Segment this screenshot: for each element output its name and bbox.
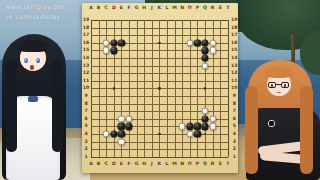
left-character-mouth bbox=[30, 65, 34, 70]
row-label: 17 bbox=[231, 33, 237, 38]
row-label: 19 bbox=[231, 18, 237, 23]
column-label: B bbox=[97, 6, 101, 11]
column-label: G bbox=[135, 6, 139, 11]
black-stone-D15 bbox=[110, 47, 117, 54]
star-point bbox=[158, 87, 160, 89]
row-label: 2 bbox=[84, 147, 87, 152]
column-label: A bbox=[89, 162, 93, 167]
row-label: 7 bbox=[84, 109, 87, 114]
row-label: 18 bbox=[231, 25, 237, 30]
row-label: 5 bbox=[84, 124, 87, 129]
row-label: 11 bbox=[83, 79, 89, 84]
column-label: C bbox=[105, 162, 108, 167]
black-stone-P16 bbox=[194, 39, 201, 46]
column-label: B bbox=[97, 162, 101, 167]
column-label: R bbox=[211, 6, 215, 11]
row-label: 16 bbox=[83, 41, 89, 46]
column-label: J bbox=[151, 162, 153, 167]
white-stone-R6 bbox=[209, 115, 216, 122]
black-stone-Q14 bbox=[201, 54, 208, 61]
row-label: 14 bbox=[83, 56, 89, 61]
right-character-hair-strand bbox=[300, 86, 313, 174]
white-stone-C16 bbox=[103, 39, 110, 46]
column-label: A bbox=[89, 6, 93, 11]
row-label: 18 bbox=[83, 25, 89, 30]
black-stone-F5 bbox=[125, 123, 132, 130]
white-stone-O4 bbox=[186, 130, 193, 137]
column-label: L bbox=[166, 162, 169, 167]
row-label: 9 bbox=[84, 94, 87, 99]
grid-line bbox=[91, 104, 228, 105]
column-label: O bbox=[188, 162, 192, 167]
left-character-eye bbox=[36, 58, 40, 63]
column-label: O bbox=[188, 6, 192, 11]
row-label: 2 bbox=[233, 147, 236, 152]
white-stone-R5 bbox=[209, 123, 216, 130]
column-label: N bbox=[180, 162, 184, 167]
left-character-eye bbox=[24, 58, 28, 63]
right-character-badge bbox=[268, 120, 275, 127]
column-label: G bbox=[135, 162, 139, 167]
black-stone-E16 bbox=[118, 39, 125, 46]
column-label: H bbox=[142, 162, 146, 167]
row-label: 12 bbox=[231, 71, 237, 76]
left-character bbox=[0, 34, 82, 180]
row-label: 1 bbox=[233, 155, 236, 160]
white-stone-F6 bbox=[125, 115, 132, 122]
column-label: E bbox=[120, 6, 123, 11]
column-label: T bbox=[226, 6, 229, 11]
row-label: 1 bbox=[84, 155, 87, 160]
black-stone-D16 bbox=[110, 39, 117, 46]
grid-line bbox=[167, 20, 168, 157]
row-label: 15 bbox=[231, 48, 237, 53]
column-label: E bbox=[120, 162, 123, 167]
column-label: D bbox=[112, 6, 116, 11]
column-label: F bbox=[127, 162, 130, 167]
row-label: 9 bbox=[233, 94, 236, 99]
white-stone-Q13 bbox=[201, 62, 208, 69]
right-character bbox=[240, 60, 320, 180]
grid-line bbox=[228, 20, 229, 157]
watermark-line-1: www.skillplay.pro bbox=[5, 3, 64, 11]
grid-line bbox=[91, 157, 228, 158]
white-stone-Q7 bbox=[201, 108, 208, 115]
row-label: 10 bbox=[231, 86, 237, 91]
white-stone-C15 bbox=[103, 47, 110, 54]
column-label: C bbox=[105, 6, 108, 11]
black-stone-P4 bbox=[194, 130, 201, 137]
black-stone-O5 bbox=[186, 123, 193, 130]
black-stone-Q5 bbox=[201, 123, 208, 130]
grid-line bbox=[91, 149, 228, 150]
star-point bbox=[204, 87, 206, 89]
row-label: 6 bbox=[84, 117, 87, 122]
star-point bbox=[204, 133, 206, 135]
row-label: 3 bbox=[233, 139, 236, 144]
column-label: L bbox=[166, 6, 169, 11]
column-label: T bbox=[226, 162, 229, 167]
column-label: F bbox=[127, 6, 130, 11]
row-label: 8 bbox=[233, 101, 236, 106]
row-label: 4 bbox=[84, 132, 87, 137]
left-character-collar bbox=[28, 96, 38, 102]
column-label: S bbox=[219, 162, 222, 167]
column-label: R bbox=[211, 162, 215, 167]
column-label: P bbox=[196, 6, 199, 11]
column-label: Q bbox=[203, 162, 207, 167]
watermark-line-2: vk.com/skillplay bbox=[5, 13, 60, 21]
black-stone-E4 bbox=[118, 130, 125, 137]
row-label: 13 bbox=[231, 63, 237, 68]
left-character-hair-strand bbox=[6, 60, 17, 152]
row-label: 13 bbox=[83, 63, 89, 68]
right-character-eye bbox=[271, 84, 274, 87]
column-label: D bbox=[112, 162, 116, 167]
column-label: M bbox=[172, 6, 177, 11]
column-label: P bbox=[196, 162, 199, 167]
white-stone-N5 bbox=[179, 123, 186, 130]
go-board: AABBCCDDEEFFGGHHJJKKLLMMNNOOPPQQRRSSTT19… bbox=[82, 3, 238, 173]
right-character-eye bbox=[284, 84, 287, 87]
white-stone-E3 bbox=[118, 138, 125, 145]
row-label: 15 bbox=[83, 48, 89, 53]
left-character-hair-strand bbox=[52, 60, 63, 152]
right-character-mouth bbox=[277, 92, 281, 93]
row-label: 10 bbox=[83, 86, 89, 91]
grid-line bbox=[91, 96, 228, 97]
right-character-hair-strand bbox=[245, 86, 258, 174]
column-label: K bbox=[158, 6, 162, 11]
row-label: 17 bbox=[83, 33, 89, 38]
grid-line bbox=[91, 142, 228, 143]
row-label: 6 bbox=[233, 117, 236, 122]
grid-line bbox=[220, 20, 221, 157]
row-label: 8 bbox=[84, 101, 87, 106]
grid-line bbox=[175, 20, 176, 157]
black-stone-P5 bbox=[194, 123, 201, 130]
column-label: N bbox=[180, 6, 184, 11]
left-character-bangs bbox=[18, 40, 48, 52]
black-stone-Q16 bbox=[201, 39, 208, 46]
column-label: J bbox=[151, 6, 153, 11]
column-label: H bbox=[142, 6, 146, 11]
black-stone-E5 bbox=[118, 123, 125, 130]
column-label: K bbox=[158, 162, 162, 167]
white-stone-R16 bbox=[209, 39, 216, 46]
white-stone-O16 bbox=[186, 39, 193, 46]
black-stone-D4 bbox=[110, 130, 117, 137]
black-stone-Q6 bbox=[201, 115, 208, 122]
right-character-bangs bbox=[265, 67, 293, 78]
row-label: 3 bbox=[84, 139, 87, 144]
column-label: S bbox=[219, 6, 222, 11]
column-label: M bbox=[172, 162, 177, 167]
white-stone-R15 bbox=[209, 47, 216, 54]
white-stone-E6 bbox=[118, 115, 125, 122]
star-point bbox=[158, 42, 160, 44]
row-label: 7 bbox=[233, 109, 236, 114]
star-point bbox=[158, 133, 160, 135]
grid-line bbox=[182, 20, 183, 157]
row-label: 16 bbox=[231, 41, 237, 46]
star-point bbox=[113, 87, 115, 89]
glasses-bridge bbox=[276, 84, 281, 85]
row-label: 14 bbox=[231, 56, 237, 61]
row-label: 4 bbox=[233, 132, 236, 137]
row-label: 12 bbox=[83, 71, 89, 76]
black-stone-Q15 bbox=[201, 47, 208, 54]
column-label: Q bbox=[203, 6, 207, 11]
row-label: 19 bbox=[83, 18, 89, 23]
row-label: 11 bbox=[231, 79, 237, 84]
white-stone-C4 bbox=[103, 130, 110, 137]
row-label: 5 bbox=[233, 124, 236, 129]
